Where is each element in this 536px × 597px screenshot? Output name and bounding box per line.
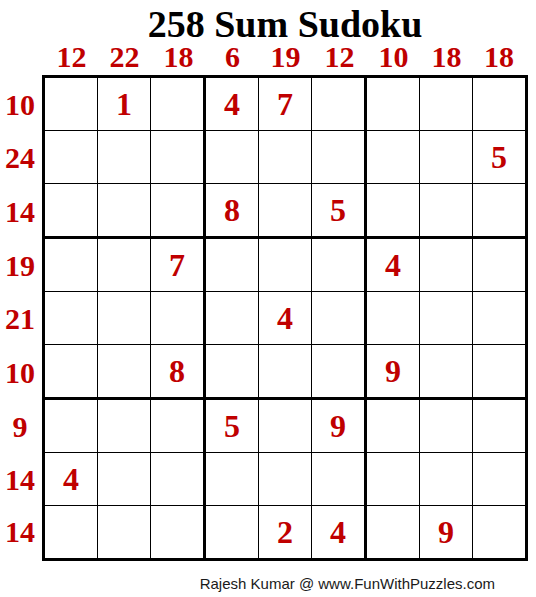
- column-sum-8: 18: [420, 40, 473, 73]
- sudoku-board: 14758574489594249: [42, 75, 528, 561]
- column-sum-7: 10: [367, 40, 420, 73]
- cell-r4c4[interactable]: [206, 239, 259, 292]
- row-sum-5: 21: [0, 292, 40, 345]
- cell-r9c5: 2: [259, 506, 312, 558]
- row-sum-4: 19: [0, 239, 40, 292]
- cell-r2c2[interactable]: [98, 131, 151, 184]
- cell-r1c9[interactable]: [473, 78, 525, 131]
- cell-r2c8[interactable]: [420, 131, 473, 184]
- cell-r5c4[interactable]: [206, 292, 259, 345]
- column-sum-1: 12: [45, 40, 98, 73]
- cell-r9c8: 9: [420, 506, 473, 558]
- cell-r7c3[interactable]: [151, 400, 206, 453]
- cell-r8c8[interactable]: [420, 453, 473, 506]
- cell-r8c4[interactable]: [206, 453, 259, 506]
- cell-r2c7[interactable]: [367, 131, 420, 184]
- column-sum-6: 12: [312, 40, 367, 73]
- cell-r7c8[interactable]: [420, 400, 473, 453]
- sum-sudoku-page: 258 Sum Sudoku 12221861912101818 1024141…: [0, 0, 536, 597]
- cell-r4c6[interactable]: [312, 239, 367, 292]
- cell-r4c1[interactable]: [45, 239, 98, 292]
- cell-r3c1[interactable]: [45, 184, 98, 239]
- cell-r2c6[interactable]: [312, 131, 367, 184]
- row-sum-7: 9: [0, 400, 40, 453]
- cell-r4c3: 7: [151, 239, 206, 292]
- cell-r1c6[interactable]: [312, 78, 367, 131]
- cell-r5c7[interactable]: [367, 292, 420, 345]
- cell-r2c3[interactable]: [151, 131, 206, 184]
- footer-credit: Rajesh Kumar @ www.FunWithPuzzles.com: [200, 575, 495, 592]
- column-sums: 12221861912101818: [45, 40, 525, 73]
- cell-r4c9[interactable]: [473, 239, 525, 292]
- cell-r6c2[interactable]: [98, 345, 151, 400]
- cell-r3c2[interactable]: [98, 184, 151, 239]
- cell-r6c1[interactable]: [45, 345, 98, 400]
- cell-r8c2[interactable]: [98, 453, 151, 506]
- cell-r3c3[interactable]: [151, 184, 206, 239]
- cell-r3c9[interactable]: [473, 184, 525, 239]
- cell-r6c6[interactable]: [312, 345, 367, 400]
- cell-r2c1[interactable]: [45, 131, 98, 184]
- cell-r8c1: 4: [45, 453, 98, 506]
- cell-r3c5[interactable]: [259, 184, 312, 239]
- cell-r1c8[interactable]: [420, 78, 473, 131]
- cell-r6c3: 8: [151, 345, 206, 400]
- cell-r2c5[interactable]: [259, 131, 312, 184]
- cell-r9c7[interactable]: [367, 506, 420, 558]
- cell-r7c1[interactable]: [45, 400, 98, 453]
- cell-r7c2[interactable]: [98, 400, 151, 453]
- cell-r9c9[interactable]: [473, 506, 525, 558]
- cell-r9c1[interactable]: [45, 506, 98, 558]
- cell-r5c3[interactable]: [151, 292, 206, 345]
- cell-r4c7: 4: [367, 239, 420, 292]
- cell-r1c1[interactable]: [45, 78, 98, 131]
- cell-r8c9[interactable]: [473, 453, 525, 506]
- cell-r3c6: 5: [312, 184, 367, 239]
- cell-r4c2[interactable]: [98, 239, 151, 292]
- row-sum-8: 14: [0, 453, 40, 506]
- cell-r1c3[interactable]: [151, 78, 206, 131]
- cell-r1c7[interactable]: [367, 78, 420, 131]
- cell-r7c5[interactable]: [259, 400, 312, 453]
- column-sum-9: 18: [473, 40, 525, 73]
- cell-r5c5: 4: [259, 292, 312, 345]
- row-sum-3: 14: [0, 184, 40, 239]
- cell-r6c8[interactable]: [420, 345, 473, 400]
- cell-r5c6[interactable]: [312, 292, 367, 345]
- row-sum-6: 10: [0, 345, 40, 400]
- cell-r9c3[interactable]: [151, 506, 206, 558]
- cell-r5c8[interactable]: [420, 292, 473, 345]
- cell-r5c2[interactable]: [98, 292, 151, 345]
- cell-r7c9[interactable]: [473, 400, 525, 453]
- cell-r5c9[interactable]: [473, 292, 525, 345]
- row-sum-2: 24: [0, 131, 40, 184]
- row-sum-9: 14: [0, 506, 40, 558]
- row-sum-1: 10: [0, 78, 40, 131]
- cell-r9c4[interactable]: [206, 506, 259, 558]
- cell-r4c5[interactable]: [259, 239, 312, 292]
- column-sum-4: 6: [206, 40, 259, 73]
- cell-r1c4: 4: [206, 78, 259, 131]
- cell-r4c8[interactable]: [420, 239, 473, 292]
- cell-r7c6: 9: [312, 400, 367, 453]
- cell-r6c5[interactable]: [259, 345, 312, 400]
- column-sum-3: 18: [151, 40, 206, 73]
- cell-r7c7[interactable]: [367, 400, 420, 453]
- cell-r8c3[interactable]: [151, 453, 206, 506]
- cell-r3c4: 8: [206, 184, 259, 239]
- cell-r3c7[interactable]: [367, 184, 420, 239]
- column-sum-2: 22: [98, 40, 151, 73]
- cell-r7c4: 5: [206, 400, 259, 453]
- cell-r9c2[interactable]: [98, 506, 151, 558]
- cell-r5c1[interactable]: [45, 292, 98, 345]
- cell-r6c7: 9: [367, 345, 420, 400]
- column-sum-5: 19: [259, 40, 312, 73]
- cell-r6c9[interactable]: [473, 345, 525, 400]
- cell-r1c2: 1: [98, 78, 151, 131]
- row-sums: 10241419211091414: [0, 78, 40, 558]
- cell-r9c6: 4: [312, 506, 367, 558]
- cell-r6c4[interactable]: [206, 345, 259, 400]
- cell-r8c7[interactable]: [367, 453, 420, 506]
- cell-r8c5[interactable]: [259, 453, 312, 506]
- cell-r1c5: 7: [259, 78, 312, 131]
- cell-r2c4[interactable]: [206, 131, 259, 184]
- cell-r2c9: 5: [473, 131, 525, 184]
- cell-r8c6[interactable]: [312, 453, 367, 506]
- cell-r3c8[interactable]: [420, 184, 473, 239]
